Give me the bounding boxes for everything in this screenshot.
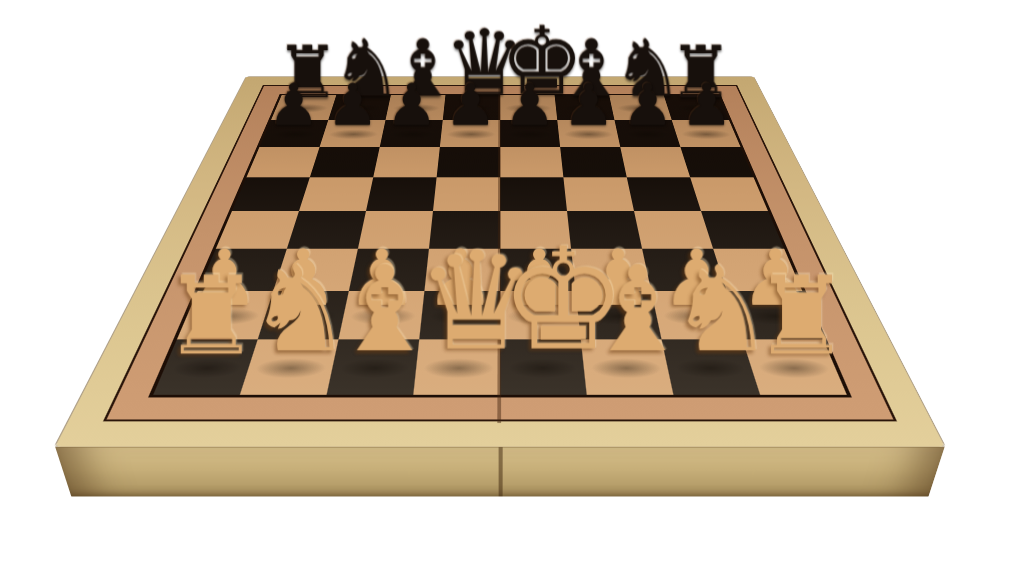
piece-white-king-e1: ♚ bbox=[500, 228, 584, 369]
square-b8 bbox=[328, 95, 391, 120]
photo-canvas: ♜♞♝♛♚♝♞♜♟♟♟♟♟♟♟♟♟♟♟♟♟♟♟♟♜♞♝♛♚♝♞♜ bbox=[0, 0, 1024, 574]
piece-white-bishop-f1: ♝ bbox=[584, 251, 668, 369]
square-f7 bbox=[557, 120, 620, 147]
square-e6 bbox=[500, 147, 563, 177]
square-d7 bbox=[440, 120, 500, 147]
square-a7 bbox=[259, 120, 328, 147]
square-h6 bbox=[680, 147, 753, 177]
square-d8 bbox=[443, 95, 500, 120]
piece-white-knight-g1: ♞ bbox=[669, 251, 753, 369]
square-e5 bbox=[500, 177, 567, 211]
chess-board: ♜♞♝♛♚♝♞♜♟♟♟♟♟♟♟♟♟♟♟♟♟♟♟♟♜♞♝♛♚♝♞♜ bbox=[55, 77, 945, 447]
square-f8 bbox=[555, 95, 615, 120]
square-g7 bbox=[614, 120, 680, 147]
square-e7 bbox=[500, 120, 560, 147]
square-g5 bbox=[627, 177, 701, 211]
square-g8 bbox=[609, 95, 672, 120]
square-d5 bbox=[433, 177, 500, 211]
square-f5 bbox=[563, 177, 634, 211]
square-b7 bbox=[320, 120, 386, 147]
square-h5 bbox=[690, 177, 768, 211]
square-a6 bbox=[246, 147, 319, 177]
piece-white-rook-a1: ♜ bbox=[163, 261, 247, 369]
square-c8 bbox=[386, 95, 446, 120]
square-c5 bbox=[366, 177, 437, 211]
piece-white-knight-b1: ♞ bbox=[247, 251, 331, 369]
square-h8 bbox=[664, 95, 729, 120]
square-d6 bbox=[437, 147, 500, 177]
square-g6 bbox=[620, 147, 690, 177]
piece-white-rook-h1: ♜ bbox=[753, 261, 837, 369]
square-b6 bbox=[310, 147, 380, 177]
piece-white-bishop-c1: ♝ bbox=[331, 251, 415, 369]
square-b5 bbox=[299, 177, 373, 211]
square-f6 bbox=[560, 147, 627, 177]
piece-white-queen-d1: ♛ bbox=[416, 233, 500, 369]
square-c6 bbox=[373, 147, 440, 177]
board-front-edge bbox=[55, 447, 945, 497]
square-e8 bbox=[500, 95, 557, 120]
square-c7 bbox=[380, 120, 443, 147]
square-h7 bbox=[672, 120, 741, 147]
square-a8 bbox=[271, 95, 336, 120]
square-a5 bbox=[232, 177, 310, 211]
fold-seam-front bbox=[499, 447, 503, 497]
